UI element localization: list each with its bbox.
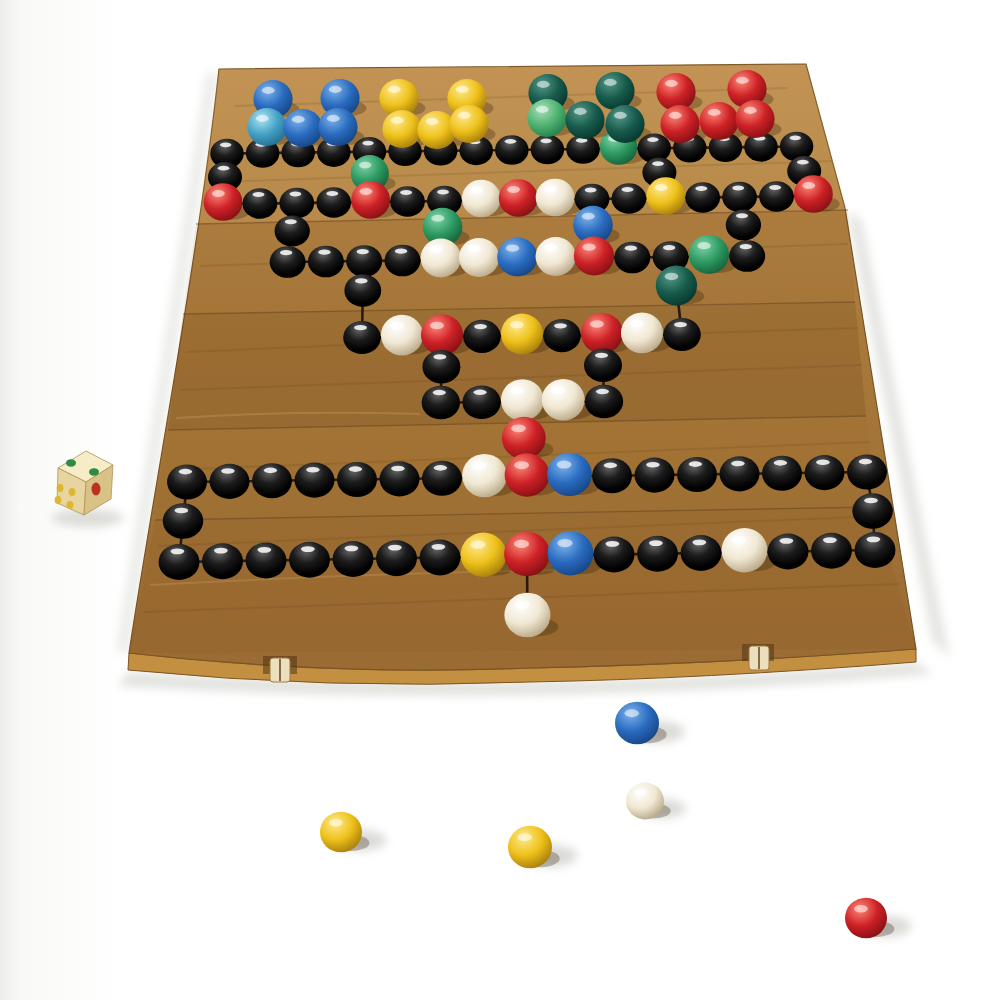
hole-highlight — [797, 160, 809, 165]
hole-highlight — [646, 462, 660, 468]
marble-yellow-loose-3[interactable] — [320, 812, 362, 853]
marble-highlight — [359, 162, 372, 169]
hole-highlight — [344, 546, 358, 552]
hole-highlight — [221, 468, 235, 474]
marble-highlight — [544, 185, 557, 192]
marble-dark-green-c34-c13[interactable] — [656, 265, 697, 305]
die-pip-right-1 — [92, 483, 101, 496]
marble-highlight — [630, 320, 644, 328]
hole-highlight — [388, 545, 402, 551]
hole-highlight — [816, 459, 830, 465]
marble-blue-rowB-c10[interactable] — [548, 531, 594, 575]
marble-white-row4-c12[interactable] — [621, 312, 663, 353]
marble-highlight — [431, 215, 444, 222]
marble-highlight — [426, 118, 439, 125]
hole-highlight — [214, 548, 228, 554]
marble-white-row2-c10[interactable] — [536, 179, 575, 217]
marble-red-base-red-5[interactable] — [735, 100, 774, 138]
hole-highlight — [689, 461, 703, 467]
marble-highlight — [514, 461, 529, 469]
marble-highlight — [510, 387, 524, 395]
marble-yellow-row4-c9[interactable] — [501, 314, 543, 355]
marble-yellow-rowB-c8[interactable] — [461, 533, 507, 577]
marble-red-row4-c11[interactable] — [581, 313, 623, 354]
hole-highlight — [257, 547, 271, 553]
die-pip-left-1 — [57, 484, 64, 492]
hole-highlight — [736, 213, 748, 218]
hole-highlight — [652, 161, 664, 166]
hole-highlight — [505, 139, 516, 144]
marble-blue-base-blue-4[interactable] — [283, 109, 322, 147]
hole-highlight — [290, 192, 302, 197]
hole-highlight — [433, 390, 446, 395]
marble-white-row3-c7[interactable] — [421, 238, 461, 277]
hole-highlight — [692, 540, 706, 546]
marble-highlight — [557, 539, 572, 547]
marble-blue-loose-1[interactable] — [615, 702, 659, 745]
marble-highlight — [430, 322, 444, 330]
hole-highlight — [220, 142, 231, 147]
hole-highlight — [663, 245, 675, 250]
hole-highlight — [174, 508, 188, 514]
marble-highlight — [590, 320, 604, 328]
marble-highlight — [472, 462, 487, 470]
marble-highlight — [517, 833, 532, 841]
hole-highlight — [433, 354, 446, 359]
hole-highlight — [585, 188, 597, 193]
marble-highlight — [262, 87, 275, 94]
marble-highlight — [536, 106, 549, 113]
marble-highlight — [544, 244, 557, 251]
marble-highlight — [327, 115, 340, 122]
hole-highlight — [823, 537, 837, 543]
marble-highlight — [429, 246, 442, 253]
marble-yellow-loose-4[interactable] — [508, 826, 552, 869]
marble-highlight — [212, 190, 225, 197]
marble-highlight — [470, 186, 483, 193]
hole-highlight — [357, 249, 369, 254]
hole-highlight — [625, 246, 637, 251]
photo-backdrop — [0, 0, 1000, 1000]
marble-highlight — [507, 186, 520, 193]
hole-highlight — [179, 469, 193, 475]
marble-red-c56-c9[interactable] — [502, 417, 546, 459]
marble-highlight — [697, 242, 710, 249]
hole-highlight — [595, 353, 608, 358]
hole-highlight — [170, 549, 184, 555]
marble-highlight — [390, 322, 404, 330]
marble-yellow-row2-c13[interactable] — [646, 177, 685, 215]
marble-red-row2-c5[interactable] — [351, 181, 390, 219]
marble-highlight — [514, 601, 529, 609]
marble-highlight — [665, 80, 678, 87]
marble-light-green-base-green-3[interactable] — [527, 99, 566, 137]
marble-highlight — [292, 116, 305, 123]
marble-highlight — [468, 245, 481, 252]
marble-highlight — [736, 77, 749, 84]
marble-highlight — [655, 184, 668, 191]
marble-highlight — [537, 81, 550, 88]
hole-highlight — [306, 467, 320, 473]
marble-white-row3-c10[interactable] — [536, 237, 576, 276]
marble-white-rowB-c14[interactable] — [722, 528, 768, 572]
marble-highlight — [802, 182, 815, 189]
hole-highlight — [790, 135, 801, 140]
marble-white-row3-c8[interactable] — [459, 238, 499, 277]
hole-highlight — [349, 466, 363, 472]
marble-white-rowA-c8[interactable] — [462, 454, 507, 497]
hole-highlight — [769, 185, 781, 190]
die-pip-top-1 — [66, 459, 76, 467]
marble-red-base-red-1[interactable] — [656, 73, 695, 111]
hole-highlight — [740, 244, 752, 249]
marble-highlight — [506, 245, 519, 252]
loose-marbles — [320, 702, 911, 939]
marble-highlight — [388, 86, 401, 93]
marble-red-row4-c7[interactable] — [421, 314, 463, 355]
marble-highlight — [551, 386, 565, 394]
marble-blue-base-blue-5[interactable] — [318, 108, 357, 146]
marble-highlight — [708, 109, 721, 116]
marble-highlight — [854, 905, 868, 913]
hole-highlight — [474, 390, 487, 395]
hole-highlight — [395, 249, 407, 254]
hole-highlight — [326, 191, 338, 196]
marble-yellow-base-yellow-5[interactable] — [449, 105, 488, 143]
marble-highlight — [510, 321, 524, 329]
hole-highlight — [301, 546, 315, 552]
marble-red-rowB-c9[interactable] — [504, 532, 550, 576]
hole-highlight — [437, 190, 449, 195]
marble-blue-row3-c9[interactable] — [497, 237, 537, 276]
die-pip-left-4 — [67, 501, 74, 509]
hole-highlight — [431, 544, 445, 550]
marble-highlight — [360, 188, 373, 195]
hole-highlight — [218, 166, 230, 171]
die-pip-left-2 — [69, 488, 76, 496]
marble-highlight — [574, 108, 587, 115]
marble-highlight — [634, 789, 647, 796]
hole-highlight — [674, 322, 687, 327]
marble-red-row3-c11[interactable] — [574, 236, 614, 275]
marble-blue-rowA-c10[interactable] — [547, 453, 592, 496]
hole-highlight — [649, 540, 663, 546]
marble-highlight — [470, 541, 485, 549]
hole-highlight — [554, 323, 567, 328]
marble-red-row2-c1[interactable] — [204, 183, 243, 221]
hole-highlight — [400, 190, 412, 195]
hole-highlight — [285, 219, 297, 224]
marble-highlight — [744, 107, 757, 114]
marble-dark-green-base-green-2[interactable] — [595, 72, 634, 110]
marble-white-row4-c6[interactable] — [381, 315, 423, 356]
scene — [0, 0, 1000, 1000]
hole-highlight — [779, 538, 793, 544]
marble-highlight — [557, 461, 572, 469]
marble-highlight — [514, 540, 529, 548]
hole-highlight — [604, 463, 618, 469]
hole-highlight — [355, 278, 368, 283]
marble-red-loose-5[interactable] — [845, 898, 887, 939]
hole-highlight — [864, 498, 878, 504]
die-pip-left-3 — [55, 496, 62, 504]
die[interactable] — [52, 451, 124, 527]
marble-highlight — [456, 86, 469, 93]
marble-red-base-red-4[interactable] — [699, 102, 738, 140]
hole-highlight — [622, 187, 634, 192]
marble-dark-green-base-green-4[interactable] — [565, 101, 604, 139]
marble-highlight — [731, 536, 746, 544]
marble-red-row2-c17[interactable] — [794, 175, 833, 213]
marble-white-goal-c9[interactable] — [504, 593, 550, 638]
marble-highlight — [624, 709, 639, 717]
marble-light-blue-base-blue-3[interactable] — [247, 108, 286, 146]
marble-highlight — [614, 112, 627, 119]
marble-red-base-red-3[interactable] — [660, 105, 699, 143]
hole-highlight — [280, 250, 292, 255]
hole-highlight — [774, 460, 788, 466]
marble-highlight — [391, 117, 404, 124]
hole-highlight — [695, 186, 707, 191]
hole-highlight — [318, 250, 330, 255]
marble-white-row5-c9[interactable] — [501, 379, 544, 421]
marble-highlight — [329, 86, 342, 93]
marble-white-loose-2[interactable] — [626, 783, 664, 820]
marble-highlight — [458, 112, 471, 119]
hole-highlight — [474, 324, 487, 329]
marble-green-row3-c14[interactable] — [689, 235, 729, 274]
hole-highlight — [540, 139, 551, 144]
marble-highlight — [665, 273, 679, 280]
marble-red-row2-c9[interactable] — [499, 179, 538, 217]
hole-highlight — [866, 537, 880, 543]
marble-yellow-base-yellow-3[interactable] — [382, 110, 421, 148]
marble-dark-green-base-green-5[interactable] — [605, 105, 644, 143]
marble-highlight — [583, 244, 596, 251]
marble-red-rowA-c9[interactable] — [505, 453, 550, 496]
hole-highlight — [354, 325, 367, 330]
hole-highlight — [859, 459, 873, 465]
hole-highlight — [732, 186, 744, 191]
hole-highlight — [731, 461, 745, 467]
marble-highlight — [604, 79, 617, 86]
hole-highlight — [596, 389, 609, 394]
marble-highlight — [582, 213, 595, 220]
marble-highlight — [511, 424, 525, 432]
hole-highlight — [264, 468, 278, 474]
die-pip-top-2 — [89, 468, 99, 476]
marble-white-row5-c10[interactable] — [542, 379, 585, 421]
hole-highlight — [605, 541, 619, 547]
hole-highlight — [253, 192, 265, 197]
hole-highlight — [362, 141, 373, 146]
marble-highlight — [256, 115, 269, 122]
hole-highlight — [391, 466, 405, 472]
marble-highlight — [329, 819, 343, 827]
marble-highlight — [669, 112, 682, 119]
hole-highlight — [434, 465, 448, 471]
marble-white-row2-c8[interactable] — [462, 180, 501, 218]
